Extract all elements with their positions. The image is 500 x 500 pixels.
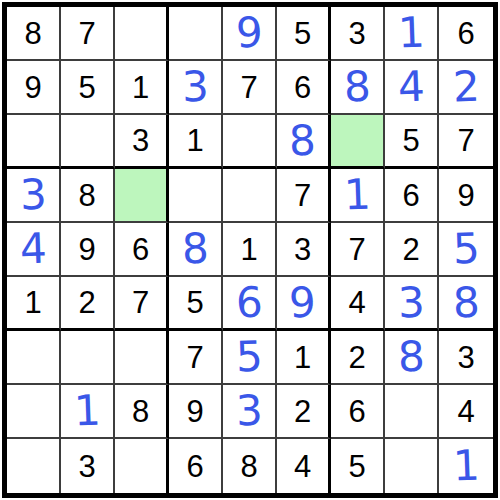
cell-r7c1[interactable] — [7, 331, 61, 385]
cell-r2c3[interactable]: 1 — [115, 61, 169, 115]
cell-r7c9[interactable]: 3 — [439, 331, 493, 385]
entry-digit: 3 — [397, 281, 425, 324]
given-digit: 7 — [240, 72, 257, 103]
cell-r2c1[interactable]: 9 — [7, 61, 61, 115]
cell-r4c9[interactable]: 9 — [439, 169, 493, 223]
cell-r7c8[interactable]: 8 — [385, 331, 439, 385]
cell-r4c1[interactable]: 3 — [7, 169, 61, 223]
cell-r8c2[interactable]: 1 — [61, 385, 115, 439]
cell-r7c7[interactable]: 2 — [331, 331, 385, 385]
cell-r1c2[interactable]: 7 — [61, 7, 115, 61]
cell-r3c6[interactable]: 8 — [277, 115, 331, 169]
given-digit: 8 — [78, 180, 95, 211]
entry-digit: 2 — [452, 66, 480, 109]
cell-r3c9[interactable]: 7 — [439, 115, 493, 169]
cell-r6c8[interactable]: 3 — [385, 277, 439, 331]
cell-r6c2[interactable]: 2 — [61, 277, 115, 331]
entry-digit: 5 — [452, 228, 480, 271]
entry-digit: 1 — [343, 174, 371, 217]
given-digit: 7 — [78, 18, 95, 49]
entry-digit: 1 — [452, 445, 480, 488]
given-digit: 6 — [348, 396, 365, 427]
cell-r7c2[interactable] — [61, 331, 115, 385]
given-digit: 4 — [457, 396, 474, 427]
given-digit: 4 — [294, 451, 311, 482]
given-digit: 9 — [24, 72, 41, 103]
cell-r9c6[interactable]: 4 — [277, 439, 331, 493]
cell-r2c2[interactable]: 5 — [61, 61, 115, 115]
entry-digit: 3 — [235, 390, 263, 433]
cell-r6c1[interactable]: 1 — [7, 277, 61, 331]
cell-r2c6[interactable]: 6 — [277, 61, 331, 115]
given-digit: 2 — [348, 342, 365, 373]
cell-r3c7[interactable] — [331, 115, 385, 169]
given-digit: 4 — [348, 287, 365, 318]
cell-r5c6[interactable]: 3 — [277, 223, 331, 277]
sudoku-grid: 8795316951376842318573871694968137251275… — [7, 7, 493, 493]
entry-digit: 3 — [19, 174, 47, 217]
entry-digit: 8 — [397, 336, 425, 379]
cell-r5c7[interactable]: 7 — [331, 223, 385, 277]
cell-r6c3[interactable]: 7 — [115, 277, 169, 331]
cell-r1c1[interactable]: 8 — [7, 7, 61, 61]
cell-r9c2[interactable]: 3 — [61, 439, 115, 493]
given-digit: 5 — [78, 72, 95, 103]
cell-r1c5[interactable]: 9 — [223, 7, 277, 61]
cell-r4c3[interactable] — [115, 169, 169, 223]
entry-digit: 3 — [181, 66, 209, 109]
cell-r5c1[interactable]: 4 — [7, 223, 61, 277]
cell-r4c7[interactable]: 1 — [331, 169, 385, 223]
cell-r9c9[interactable]: 1 — [439, 439, 493, 493]
entry-digit: 8 — [343, 66, 371, 109]
cell-r5c2[interactable]: 9 — [61, 223, 115, 277]
cell-r2c4[interactable]: 3 — [169, 61, 223, 115]
cell-r4c4[interactable] — [169, 169, 223, 223]
cell-r9c5[interactable]: 8 — [223, 439, 277, 493]
given-digit: 2 — [78, 287, 95, 318]
cell-r8c1[interactable] — [7, 385, 61, 439]
given-digit: 5 — [294, 18, 311, 49]
cell-r8c6[interactable]: 2 — [277, 385, 331, 439]
entry-digit: 9 — [235, 12, 263, 55]
given-digit: 1 — [132, 72, 149, 103]
given-digit: 7 — [186, 342, 203, 373]
cell-r8c3[interactable]: 8 — [115, 385, 169, 439]
cell-r6c4[interactable]: 5 — [169, 277, 223, 331]
given-digit: 2 — [294, 396, 311, 427]
given-digit: 1 — [24, 287, 41, 318]
cell-r1c4[interactable] — [169, 7, 223, 61]
given-digit: 8 — [24, 18, 41, 49]
given-digit: 7 — [348, 234, 365, 265]
cell-r6c6[interactable]: 9 — [277, 277, 331, 331]
cell-r9c1[interactable] — [7, 439, 61, 493]
given-digit: 7 — [457, 125, 474, 156]
entry-digit: 4 — [397, 66, 425, 109]
cell-r3c8[interactable]: 5 — [385, 115, 439, 169]
cell-r6c9[interactable]: 8 — [439, 277, 493, 331]
given-digit: 9 — [78, 234, 95, 265]
cell-r5c8[interactable]: 2 — [385, 223, 439, 277]
cell-r3c2[interactable] — [61, 115, 115, 169]
given-digit: 3 — [294, 234, 311, 265]
cell-r3c3[interactable]: 3 — [115, 115, 169, 169]
cell-r3c5[interactable] — [223, 115, 277, 169]
given-digit: 6 — [294, 72, 311, 103]
given-digit: 5 — [402, 125, 419, 156]
cell-r2c7[interactable]: 8 — [331, 61, 385, 115]
entry-digit: 6 — [235, 281, 263, 324]
given-digit: 1 — [294, 342, 311, 373]
cell-r6c7[interactable]: 4 — [331, 277, 385, 331]
cell-r5c3[interactable]: 6 — [115, 223, 169, 277]
given-digit: 3 — [78, 451, 95, 482]
cell-r5c4[interactable]: 8 — [169, 223, 223, 277]
given-digit: 6 — [457, 18, 474, 49]
cell-r7c4[interactable]: 7 — [169, 331, 223, 385]
given-digit: 9 — [457, 180, 474, 211]
cell-r9c7[interactable]: 5 — [331, 439, 385, 493]
cell-r3c4[interactable]: 1 — [169, 115, 223, 169]
cell-r2c5[interactable]: 7 — [223, 61, 277, 115]
cell-r8c8[interactable] — [385, 385, 439, 439]
entry-digit: 4 — [19, 228, 47, 271]
cell-r1c8[interactable]: 1 — [385, 7, 439, 61]
cell-r4c2[interactable]: 8 — [61, 169, 115, 223]
cell-r9c8[interactable] — [385, 439, 439, 493]
cell-r3c1[interactable] — [7, 115, 61, 169]
given-digit: 7 — [132, 287, 149, 318]
entry-digit: 8 — [452, 281, 480, 324]
given-digit: 6 — [132, 234, 149, 265]
cell-r5c9[interactable]: 5 — [439, 223, 493, 277]
given-digit: 3 — [348, 18, 365, 49]
given-digit: 2 — [402, 234, 419, 265]
given-digit: 5 — [348, 451, 365, 482]
cell-r9c3[interactable] — [115, 439, 169, 493]
entry-digit: 5 — [235, 336, 263, 379]
cell-r4c8[interactable]: 6 — [385, 169, 439, 223]
given-digit: 6 — [186, 451, 203, 482]
cell-r5c5[interactable]: 1 — [223, 223, 277, 277]
given-digit: 7 — [294, 180, 311, 211]
cell-r7c5[interactable]: 5 — [223, 331, 277, 385]
given-digit: 1 — [186, 125, 203, 156]
given-digit: 5 — [186, 287, 203, 318]
cell-r1c9[interactable]: 6 — [439, 7, 493, 61]
given-digit: 9 — [186, 396, 203, 427]
cell-r7c3[interactable] — [115, 331, 169, 385]
cell-r4c6[interactable]: 7 — [277, 169, 331, 223]
cell-r7c6[interactable]: 1 — [277, 331, 331, 385]
given-digit: 1 — [240, 234, 257, 265]
given-digit: 3 — [457, 342, 474, 373]
entry-digit: 1 — [73, 390, 101, 433]
cell-r6c5[interactable]: 6 — [223, 277, 277, 331]
cell-r8c5[interactable]: 3 — [223, 385, 277, 439]
cell-r8c4[interactable]: 9 — [169, 385, 223, 439]
cell-r8c7[interactable]: 6 — [331, 385, 385, 439]
cell-r2c9[interactable]: 2 — [439, 61, 493, 115]
cell-r1c6[interactable]: 5 — [277, 7, 331, 61]
entry-digit: 8 — [288, 119, 316, 162]
cell-r8c9[interactable]: 4 — [439, 385, 493, 439]
sudoku-board: 8795316951376842318573871694968137251275… — [2, 2, 498, 498]
given-digit: 8 — [240, 451, 257, 482]
entry-digit: 9 — [288, 281, 316, 324]
given-digit: 8 — [132, 396, 149, 427]
entry-digit: 8 — [181, 228, 209, 271]
cell-r2c8[interactable]: 4 — [385, 61, 439, 115]
cell-r4c5[interactable] — [223, 169, 277, 223]
entry-digit: 1 — [397, 12, 425, 55]
given-digit: 3 — [132, 125, 149, 156]
cell-r1c7[interactable]: 3 — [331, 7, 385, 61]
cell-r9c4[interactable]: 6 — [169, 439, 223, 493]
cell-r1c3[interactable] — [115, 7, 169, 61]
given-digit: 6 — [402, 180, 419, 211]
